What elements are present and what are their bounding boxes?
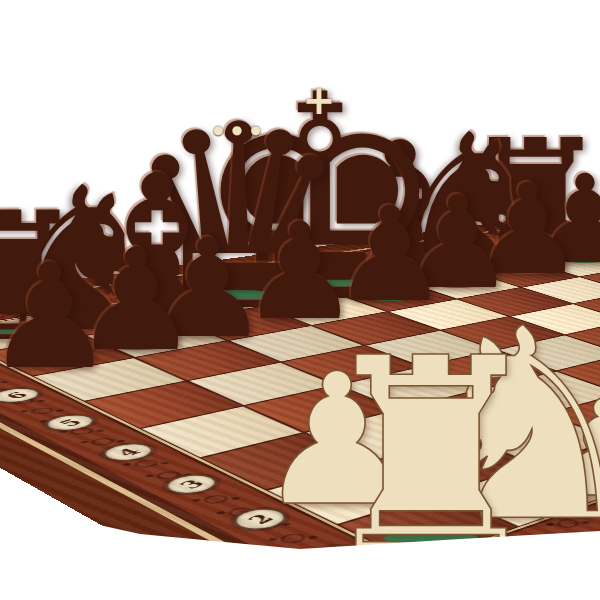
chess-set-photo: 12345678 ♜♞♝♛● ● ●♚+♝♞♜♟♟♟♟♟♟♟♟♟♜♞♟	[0, 0, 600, 600]
black-pawn-glyph: ♟	[0, 245, 115, 390]
pieces-layer: ♜♞♝♛● ● ●♚+♝♞♜♟♟♟♟♟♟♟♟♟♜♞♟	[0, 0, 600, 600]
white-rook-glyph: ♜	[311, 324, 550, 591]
